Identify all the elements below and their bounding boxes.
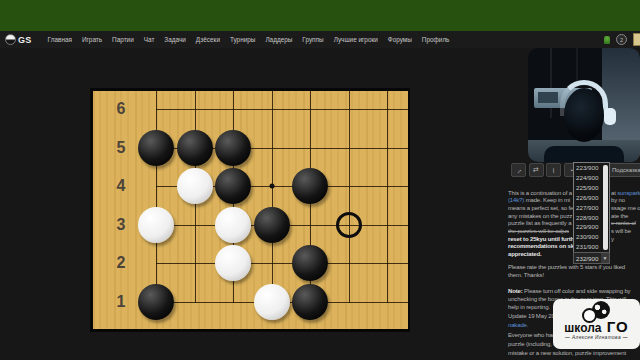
- description-line: them. Thanks!: [508, 272, 544, 279]
- white-stone-D1: [254, 284, 290, 320]
- nav-item-profile[interactable]: Профиль: [422, 36, 450, 43]
- streamer-shoulders: [544, 146, 624, 162]
- swap-icon: ⇄: [533, 166, 539, 174]
- grid-line: [349, 91, 350, 303]
- description-line: help in reporting.: [508, 304, 550, 311]
- text-fragment: y: [611, 236, 614, 242]
- text-link[interactable]: nakade.: [508, 322, 528, 328]
- white-stone-A3: [138, 207, 174, 243]
- nav-item-puzzles[interactable]: Задачи: [164, 36, 185, 43]
- puzzle-toolbar: ↔⇄i◔: [511, 163, 579, 177]
- info-button[interactable]: i: [546, 163, 561, 177]
- black-stone-E1: [292, 284, 328, 320]
- school-author: — Алексея Игнатова —: [565, 335, 628, 340]
- text-fragment: Update 19 May 20: [508, 313, 555, 319]
- text-fragment: them. Thanks!: [508, 272, 544, 278]
- hint-button[interactable]: Подсказка: [608, 163, 640, 177]
- description-line: appreciated.: [508, 251, 542, 258]
- description-line: at sunspark: [611, 190, 640, 197]
- text-fragment: Everyone who had: [508, 332, 555, 338]
- nav-item-games[interactable]: Партии: [112, 36, 134, 43]
- globe-icon: [582, 301, 612, 320]
- text-fragment: Please rate the puzzles with 5 stars if …: [508, 264, 625, 270]
- white-stone-C2: [215, 245, 251, 281]
- description-line: s will be: [611, 228, 631, 235]
- white-stone-B4: [177, 168, 213, 204]
- nav-item-forums[interactable]: Форумы: [388, 36, 412, 43]
- nav-menu: ГлавнаяИгратьПартииЧатЗадачиДзёсекиТурни…: [48, 36, 450, 43]
- circle-marker-F3: [336, 212, 362, 238]
- grid-line: [387, 91, 388, 303]
- text-fragment: by no: [611, 197, 625, 203]
- resize-icon: ↔: [514, 165, 524, 175]
- text-link[interactable]: (14k?): [508, 197, 524, 203]
- chevron-down-icon: ▼: [601, 253, 609, 263]
- row-label-1: 1: [117, 293, 126, 311]
- text-link[interactable]: sunspark: [617, 190, 640, 196]
- dropdown-scrollbar[interactable]: [603, 165, 608, 250]
- headphones-earcup: [604, 108, 616, 125]
- description-line: This is a continuation of a: [508, 190, 572, 197]
- row-label-3: 3: [117, 216, 126, 234]
- description-line: e ranks of: [611, 220, 636, 227]
- webcam-overlay: [528, 48, 640, 162]
- text-fragment: any mistakes on the puzz: [508, 213, 572, 219]
- text-fragment: puzzle list as frequently a: [508, 220, 571, 226]
- gs-logo-text: GS: [18, 35, 32, 45]
- description-line: puzzle list as frequently a: [508, 220, 571, 227]
- go-board[interactable]: 654321: [90, 88, 410, 332]
- streamer-head: [564, 88, 604, 142]
- go-stone-icon: [5, 34, 16, 45]
- text-fragment: Please turn off color and side swapping …: [523, 288, 631, 294]
- webcam-shelf-item: [538, 92, 558, 103]
- text-fragment: puzzle (including, t: [508, 341, 555, 347]
- description-line: any mistakes on the puzz: [508, 213, 572, 220]
- description-line: Please rate the puzzles with 5 stars if …: [508, 264, 625, 271]
- black-stone-C5: [215, 130, 251, 166]
- text-fragment: the puzzles will be adjus: [508, 228, 569, 234]
- swap-button[interactable]: ⇄: [529, 163, 544, 177]
- description-line: by no: [611, 197, 625, 204]
- grid-line: [156, 109, 408, 110]
- nav-item-tournaments[interactable]: Турниры: [230, 36, 255, 43]
- text-fragment: help in reporting.: [508, 304, 550, 310]
- text-fragment: s will be: [611, 228, 631, 234]
- text-fragment: ssage me on: [611, 205, 640, 211]
- puzzle-number-select[interactable]: 232/900 ▼: [573, 252, 610, 264]
- nav-item-groups[interactable]: Группы: [302, 36, 323, 43]
- grid-line: [156, 91, 157, 303]
- white-stone-C3: [215, 207, 251, 243]
- description-line: reset to 25kyu until furth: [508, 236, 574, 243]
- resize-button[interactable]: ↔: [511, 163, 526, 177]
- text-fragment: recommendations on ski: [508, 243, 575, 249]
- description-line: y: [611, 236, 614, 243]
- description-line: Everyone who had: [508, 332, 555, 339]
- text-fragment: means a perfect set, so fe: [508, 205, 573, 211]
- description-line: the puzzles will be adjus: [508, 228, 569, 235]
- description-line: puzzle (including, t: [508, 341, 555, 348]
- row-label-5: 5: [117, 139, 126, 157]
- black-stone-A1: [138, 284, 174, 320]
- text-fragment: e ranks of: [611, 220, 636, 226]
- info-icon: i: [553, 167, 555, 174]
- star-point: [269, 184, 274, 189]
- description-line: ssage me on: [611, 205, 640, 212]
- description-line: nakade.: [508, 322, 528, 329]
- document-icon[interactable]: [633, 33, 640, 46]
- nav-right-icons: 2: [604, 31, 640, 48]
- page: GS ГлавнаяИгратьПартииЧатЗадачиДзёсекиТу…: [0, 0, 640, 360]
- gs-logo[interactable]: GS: [5, 34, 32, 45]
- description-line: (14k?) made. Keep in mi: [508, 197, 570, 204]
- go-school-logo: школа ГО — Алексея Игнатова —: [553, 299, 640, 349]
- description-line: Update 19 May 20: [508, 313, 555, 320]
- black-stone-D3: [254, 207, 290, 243]
- nav-item-leaderboards[interactable]: Лучшие игроки: [334, 36, 378, 43]
- row-label-2: 2: [117, 254, 126, 272]
- nav-item-ladders[interactable]: Ладдеры: [265, 36, 292, 43]
- stream-background-banner: [0, 0, 640, 31]
- description-line: recommendations on ski: [508, 243, 575, 250]
- row-label-6: 6: [117, 100, 126, 118]
- text-fragment: mistake or a new solution, puzzle improv…: [508, 350, 626, 356]
- text-fragment: made. Keep in mi: [524, 197, 570, 203]
- nav-item-chat[interactable]: Чат: [144, 36, 155, 43]
- go-stone-graphic: [582, 308, 597, 323]
- text-fragment: This is a continuation of a: [508, 190, 572, 196]
- text-fragment: appreciated.: [508, 251, 542, 257]
- text-fragment: reset to 25kyu until furth: [508, 236, 574, 242]
- nav-item-play[interactable]: Играть: [82, 36, 102, 43]
- navbar: GS ГлавнаяИгратьПартииЧатЗадачиДзёсекиТу…: [0, 31, 640, 48]
- black-stone-B5: [177, 130, 213, 166]
- black-stone-E4: [292, 168, 328, 204]
- description-line: mistake or a new solution, puzzle improv…: [508, 350, 626, 357]
- grid-line: [272, 91, 273, 303]
- black-stone-E2: [292, 245, 328, 281]
- black-stone-C4: [215, 168, 251, 204]
- nav-item-joseki[interactable]: Дзёсеки: [196, 36, 220, 43]
- online-status-icon[interactable]: [604, 36, 610, 44]
- description-line: ate the: [611, 213, 628, 220]
- black-stone-A5: [138, 130, 174, 166]
- text-fragment: ate the: [611, 213, 628, 219]
- puzzle-number-value: 232/900: [574, 255, 601, 262]
- description-line: means a perfect set, so fe: [508, 205, 573, 212]
- text-fragment: Note:: [508, 288, 523, 294]
- row-label-4: 4: [117, 177, 126, 195]
- puzzle-number-dropdown-list: 223/900224/900225/900226/900227/900228/9…: [573, 162, 610, 253]
- notification-badge[interactable]: 2: [616, 34, 627, 45]
- nav-item-home[interactable]: Главная: [48, 36, 72, 43]
- description-line: Note: Please turn off color and side swa…: [508, 288, 630, 295]
- school-title: школа ГО: [564, 320, 628, 335]
- grid-line: [156, 263, 408, 264]
